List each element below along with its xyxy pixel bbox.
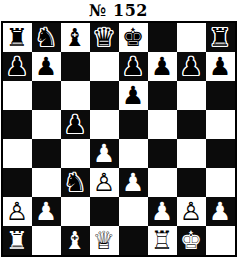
white-bishop: ♝ (64, 226, 86, 255)
square-c4[interactable] (61, 139, 90, 168)
square-b5[interactable] (32, 110, 61, 139)
black-pawn: ♟ (151, 52, 173, 81)
square-d1[interactable]: ♕ (90, 226, 119, 255)
white-pawn: ♟ (93, 139, 115, 168)
black-queen: ♛ (93, 23, 115, 52)
square-h4[interactable] (206, 139, 235, 168)
square-g1[interactable]: ♚ (177, 226, 206, 255)
page: № 152 ♜♞♝♛♚♜♟♟♟♟♟♟♟♟♟♞♙♟♙♟♟♙♟♜♝♕♖♚ (0, 0, 237, 261)
square-a2[interactable]: ♙ (3, 197, 32, 226)
square-c8[interactable]: ♝ (61, 23, 90, 52)
square-g8[interactable] (177, 23, 206, 52)
square-a8[interactable]: ♜ (3, 23, 32, 52)
square-d5[interactable] (90, 110, 119, 139)
black-pawn: ♟ (35, 52, 57, 81)
square-e1[interactable] (119, 226, 148, 255)
white-pawn: ♙ (6, 197, 28, 226)
square-d7[interactable] (90, 52, 119, 81)
square-h1[interactable] (206, 226, 235, 255)
black-knight: ♞ (64, 168, 86, 197)
black-pawn: ♟ (6, 52, 28, 81)
square-f1[interactable]: ♖ (148, 226, 177, 255)
square-c7[interactable] (61, 52, 90, 81)
black-rook: ♜ (209, 23, 231, 52)
square-g2[interactable]: ♙ (177, 197, 206, 226)
square-h8[interactable]: ♜ (206, 23, 235, 52)
square-f8[interactable] (148, 23, 177, 52)
white-pawn: ♙ (180, 197, 202, 226)
square-f6[interactable] (148, 81, 177, 110)
square-b8[interactable]: ♞ (32, 23, 61, 52)
square-d6[interactable] (90, 81, 119, 110)
square-c2[interactable] (61, 197, 90, 226)
black-pawn: ♟ (122, 52, 144, 81)
square-a5[interactable] (3, 110, 32, 139)
black-pawn: ♟ (180, 52, 202, 81)
square-c1[interactable]: ♝ (61, 226, 90, 255)
square-d4[interactable]: ♟ (90, 139, 119, 168)
white-pawn: ♟ (209, 197, 231, 226)
chess-board: ♜♞♝♛♚♜♟♟♟♟♟♟♟♟♟♞♙♟♙♟♟♙♟♜♝♕♖♚ (1, 21, 237, 257)
square-e3[interactable]: ♟ (119, 168, 148, 197)
white-rook: ♖ (151, 226, 173, 255)
square-f3[interactable] (148, 168, 177, 197)
square-a1[interactable]: ♜ (3, 226, 32, 255)
square-g4[interactable] (177, 139, 206, 168)
black-knight: ♞ (35, 23, 57, 52)
square-a3[interactable] (3, 168, 32, 197)
white-pawn: ♟ (151, 197, 173, 226)
square-e5[interactable] (119, 110, 148, 139)
square-g3[interactable] (177, 168, 206, 197)
white-king: ♚ (180, 226, 202, 255)
square-h6[interactable] (206, 81, 235, 110)
black-bishop: ♝ (64, 23, 86, 52)
square-e4[interactable] (119, 139, 148, 168)
square-b4[interactable] (32, 139, 61, 168)
square-c5[interactable]: ♟ (61, 110, 90, 139)
square-f7[interactable]: ♟ (148, 52, 177, 81)
square-f2[interactable]: ♟ (148, 197, 177, 226)
square-h3[interactable] (206, 168, 235, 197)
white-queen: ♕ (93, 226, 115, 255)
square-e7[interactable]: ♟ (119, 52, 148, 81)
square-b6[interactable] (32, 81, 61, 110)
square-g6[interactable] (177, 81, 206, 110)
square-h5[interactable] (206, 110, 235, 139)
black-rook: ♜ (6, 23, 28, 52)
square-c6[interactable] (61, 81, 90, 110)
white-pawn: ♟ (35, 197, 57, 226)
square-d2[interactable] (90, 197, 119, 226)
square-b7[interactable]: ♟ (32, 52, 61, 81)
square-h2[interactable]: ♟ (206, 197, 235, 226)
square-d8[interactable]: ♛ (90, 23, 119, 52)
square-b2[interactable]: ♟ (32, 197, 61, 226)
square-b1[interactable] (32, 226, 61, 255)
square-e2[interactable] (119, 197, 148, 226)
black-pawn: ♟ (122, 81, 144, 110)
black-pawn: ♟ (64, 110, 86, 139)
puzzle-number: № 152 (0, 0, 237, 21)
square-c3[interactable]: ♞ (61, 168, 90, 197)
square-g7[interactable]: ♟ (177, 52, 206, 81)
black-king: ♚ (122, 23, 144, 52)
white-pawn: ♙ (93, 168, 115, 197)
square-d3[interactable]: ♙ (90, 168, 119, 197)
black-pawn: ♟ (209, 52, 231, 81)
square-h7[interactable]: ♟ (206, 52, 235, 81)
square-a6[interactable] (3, 81, 32, 110)
square-a7[interactable]: ♟ (3, 52, 32, 81)
white-rook: ♜ (6, 226, 28, 255)
square-g5[interactable] (177, 110, 206, 139)
square-a4[interactable] (3, 139, 32, 168)
white-pawn: ♟ (122, 168, 144, 197)
square-e8[interactable]: ♚ (119, 23, 148, 52)
square-e6[interactable]: ♟ (119, 81, 148, 110)
square-f4[interactable] (148, 139, 177, 168)
square-f5[interactable] (148, 110, 177, 139)
square-b3[interactable] (32, 168, 61, 197)
